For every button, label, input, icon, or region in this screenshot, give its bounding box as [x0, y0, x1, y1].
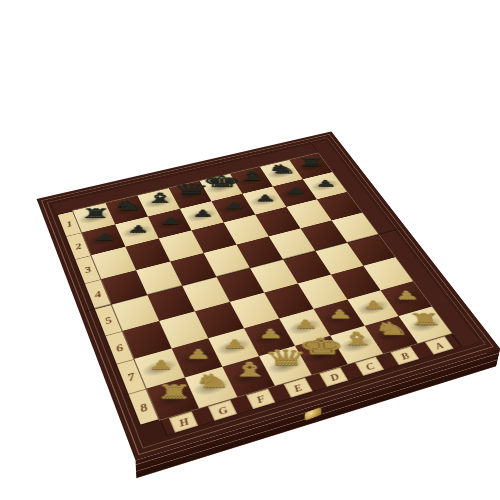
file-label: A — [424, 336, 453, 354]
file-label: B — [390, 346, 419, 365]
board-right-border — [311, 141, 479, 347]
file-label: G — [208, 400, 237, 421]
brass-latch-icon — [407, 236, 415, 253]
brass-clasp-icon — [304, 407, 321, 421]
chess-set-product-photo: 12345678 HGFEDCBA ♜♞♝♚♛♝♞♜♟♟♟♟♟♟♟♟♟♟♟♟♟♟… — [0, 0, 500, 500]
chess-board: 12345678 HGFEDCBA ♜♞♝♚♛♝♞♜♟♟♟♟♟♟♟♟♟♟♟♟♟♟… — [37, 131, 500, 460]
file-label-cell: B — [383, 344, 426, 367]
rook-glyph: ♜ — [70, 207, 120, 220]
file-label: H — [169, 411, 198, 432]
pawn-glyph: ♟ — [79, 232, 130, 242]
pieces-layer: ♜♞♝♚♛♝♞♜♟♟♟♟♟♟♟♟♟♟♟♟♟♟♟♟♜♞♝♚♛♝♞♜ — [37, 131, 332, 199]
